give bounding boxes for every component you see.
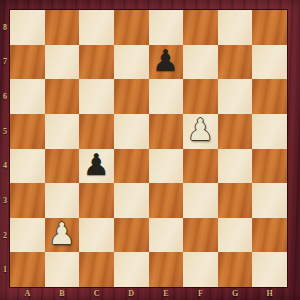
square-c4[interactable]: ♟ [79, 149, 114, 184]
square-e3[interactable] [149, 183, 184, 218]
file-label-f: F [183, 287, 218, 300]
square-d6[interactable] [114, 79, 149, 114]
square-h5[interactable] [252, 114, 287, 149]
square-d2[interactable] [114, 218, 149, 253]
square-a4[interactable] [10, 149, 45, 184]
rank-label-5: 5 [0, 114, 10, 149]
square-g7[interactable] [218, 45, 253, 80]
file-label-h: H [252, 287, 287, 300]
square-d3[interactable] [114, 183, 149, 218]
square-d1[interactable] [114, 252, 149, 287]
square-f2[interactable] [183, 218, 218, 253]
square-c3[interactable] [79, 183, 114, 218]
square-b2[interactable]: ♟ [45, 218, 80, 253]
file-label-d: D [114, 287, 149, 300]
square-g1[interactable] [218, 252, 253, 287]
square-g8[interactable] [218, 10, 253, 45]
square-d8[interactable] [114, 10, 149, 45]
square-c2[interactable] [79, 218, 114, 253]
square-h8[interactable] [252, 10, 287, 45]
square-d7[interactable] [114, 45, 149, 80]
square-f6[interactable] [183, 79, 218, 114]
rank-label-7: 7 [0, 45, 10, 80]
rank-label-2: 2 [0, 218, 10, 253]
file-label-c: C [79, 287, 114, 300]
square-h7[interactable] [252, 45, 287, 80]
square-b4[interactable] [45, 149, 80, 184]
square-c8[interactable] [79, 10, 114, 45]
square-f8[interactable] [183, 10, 218, 45]
square-b8[interactable] [45, 10, 80, 45]
square-a6[interactable] [10, 79, 45, 114]
rank-label-1: 1 [0, 252, 10, 287]
square-h3[interactable] [252, 183, 287, 218]
square-f5[interactable]: ♟ [183, 114, 218, 149]
rank-label-8: 8 [0, 10, 10, 45]
square-c1[interactable] [79, 252, 114, 287]
file-label-a: A [10, 287, 45, 300]
square-e8[interactable] [149, 10, 184, 45]
square-e6[interactable] [149, 79, 184, 114]
square-g4[interactable] [218, 149, 253, 184]
file-label-g: G [218, 287, 253, 300]
square-h1[interactable] [252, 252, 287, 287]
square-e4[interactable] [149, 149, 184, 184]
square-b6[interactable] [45, 79, 80, 114]
square-a3[interactable] [10, 183, 45, 218]
square-c6[interactable] [79, 79, 114, 114]
square-c5[interactable] [79, 114, 114, 149]
square-b7[interactable] [45, 45, 80, 80]
square-e1[interactable] [149, 252, 184, 287]
square-e2[interactable] [149, 218, 184, 253]
square-f4[interactable] [183, 149, 218, 184]
square-d4[interactable] [114, 149, 149, 184]
square-a2[interactable] [10, 218, 45, 253]
rank-label-3: 3 [0, 183, 10, 218]
file-label-b: B [45, 287, 80, 300]
chess-board-diagram: 87654321 ABCDEFGH ♟♟♟♟ [0, 0, 300, 300]
black-pawn-e7[interactable]: ♟ [152, 46, 179, 76]
square-a1[interactable] [10, 252, 45, 287]
square-g2[interactable] [218, 218, 253, 253]
square-f1[interactable] [183, 252, 218, 287]
square-f7[interactable] [183, 45, 218, 80]
square-h4[interactable] [252, 149, 287, 184]
square-e5[interactable] [149, 114, 184, 149]
rank-labels: 87654321 [0, 10, 10, 287]
square-h2[interactable] [252, 218, 287, 253]
file-labels: ABCDEFGH [10, 287, 287, 300]
board-grid: ♟♟♟♟ [10, 10, 287, 287]
rank-label-6: 6 [0, 79, 10, 114]
square-b1[interactable] [45, 252, 80, 287]
white-pawn-f5[interactable]: ♟ [187, 115, 214, 145]
black-pawn-c4[interactable]: ♟ [83, 150, 110, 180]
square-g3[interactable] [218, 183, 253, 218]
square-a7[interactable] [10, 45, 45, 80]
white-pawn-b2[interactable]: ♟ [48, 219, 75, 249]
square-a5[interactable] [10, 114, 45, 149]
square-e7[interactable]: ♟ [149, 45, 184, 80]
square-g6[interactable] [218, 79, 253, 114]
square-b5[interactable] [45, 114, 80, 149]
square-h6[interactable] [252, 79, 287, 114]
square-f3[interactable] [183, 183, 218, 218]
file-label-e: E [149, 287, 184, 300]
square-b3[interactable] [45, 183, 80, 218]
rank-label-4: 4 [0, 149, 10, 184]
square-a8[interactable] [10, 10, 45, 45]
square-c7[interactable] [79, 45, 114, 80]
square-g5[interactable] [218, 114, 253, 149]
square-d5[interactable] [114, 114, 149, 149]
